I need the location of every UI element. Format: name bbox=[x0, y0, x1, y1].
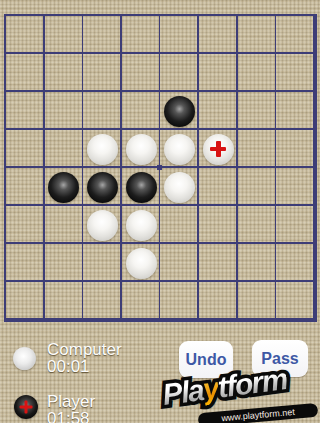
board[interactable] bbox=[4, 14, 317, 322]
stone-white bbox=[164, 172, 195, 203]
stone-black bbox=[164, 96, 195, 127]
stone-white bbox=[87, 210, 118, 241]
player-time: 01:58 bbox=[47, 410, 90, 423]
computer-time: 00:01 bbox=[47, 358, 90, 375]
watermark-url: www.playtform.net bbox=[221, 407, 295, 422]
stone-white bbox=[126, 134, 157, 165]
computer-name: Computer bbox=[47, 341, 122, 358]
watermark-brand-pla: Pla bbox=[161, 373, 205, 411]
last-move-plus-icon bbox=[210, 141, 226, 157]
pass-button[interactable]: Pass bbox=[252, 340, 308, 377]
watermark: www.playtform.net Playtform Playtform bbox=[158, 374, 320, 423]
stone-white bbox=[87, 134, 118, 165]
player-turn-plus-icon bbox=[20, 401, 33, 414]
hoshi-dot bbox=[157, 165, 162, 170]
stone-black bbox=[87, 172, 118, 203]
app-screen: Computer 00:01 Undo Pass Player 01:58 ww… bbox=[0, 0, 320, 423]
stone-white-last-move bbox=[203, 134, 234, 165]
stone-white bbox=[126, 210, 157, 241]
watermark-url-badge: www.playtform.net bbox=[198, 403, 319, 423]
player-name: Player bbox=[47, 393, 95, 410]
stone-white bbox=[126, 248, 157, 279]
computer-stone-icon bbox=[13, 347, 36, 370]
player-stone-icon bbox=[14, 395, 38, 419]
stone-white bbox=[164, 134, 195, 165]
stone-black bbox=[126, 172, 157, 203]
undo-button[interactable]: Undo bbox=[179, 341, 233, 378]
stone-black bbox=[48, 172, 79, 203]
